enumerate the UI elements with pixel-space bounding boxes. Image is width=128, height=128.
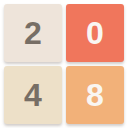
tile-r0c1-value-0: 0 (66, 4, 124, 62)
tile-r1c0-value-4: 4 (4, 66, 62, 124)
tile-r0c0-value-2: 2 (4, 4, 62, 62)
tile-digit: 2 (24, 17, 42, 49)
tile-digit: 8 (86, 79, 104, 111)
tile-digit: 0 (86, 17, 104, 49)
2048-board: 2 0 4 8 (0, 0, 128, 128)
tile-r1c1-value-8: 8 (66, 66, 124, 124)
tile-digit: 4 (24, 79, 42, 111)
